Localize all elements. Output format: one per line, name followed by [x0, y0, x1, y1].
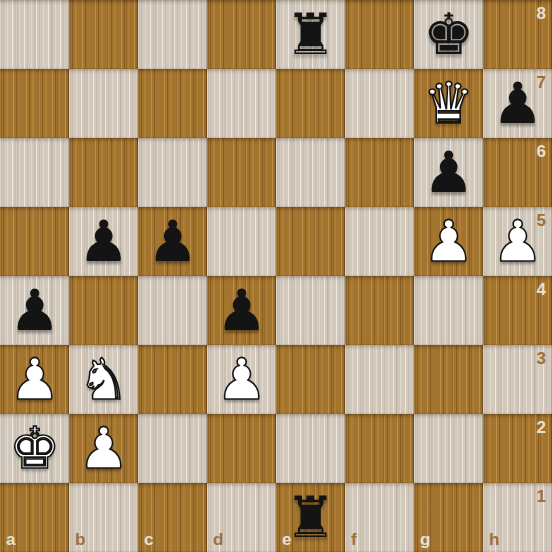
- square-b4[interactable]: [69, 276, 138, 345]
- square-a2[interactable]: ♚: [0, 414, 69, 483]
- square-f1[interactable]: f: [345, 483, 414, 552]
- square-b3[interactable]: ♞: [69, 345, 138, 414]
- square-c5[interactable]: ♟: [138, 207, 207, 276]
- file-label-f: f: [351, 531, 357, 548]
- rank-label-3: 3: [537, 350, 546, 367]
- square-d7[interactable]: [207, 69, 276, 138]
- file-label-h: h: [489, 531, 499, 548]
- square-e2[interactable]: [276, 414, 345, 483]
- white-pawn[interactable]: ♟: [483, 207, 552, 276]
- square-d1[interactable]: d: [207, 483, 276, 552]
- square-a5[interactable]: [0, 207, 69, 276]
- rank-label-2: 2: [537, 419, 546, 436]
- square-e1[interactable]: ♜e: [276, 483, 345, 552]
- square-h7[interactable]: ♟7: [483, 69, 552, 138]
- black-pawn[interactable]: ♟: [69, 207, 138, 276]
- square-d3[interactable]: ♟: [207, 345, 276, 414]
- square-f8[interactable]: [345, 0, 414, 69]
- square-f4[interactable]: [345, 276, 414, 345]
- square-a3[interactable]: ♟: [0, 345, 69, 414]
- square-b7[interactable]: [69, 69, 138, 138]
- square-f3[interactable]: [345, 345, 414, 414]
- white-pawn[interactable]: ♟: [207, 345, 276, 414]
- square-h4[interactable]: 4: [483, 276, 552, 345]
- rank-label-6: 6: [537, 143, 546, 160]
- square-f2[interactable]: [345, 414, 414, 483]
- square-e6[interactable]: [276, 138, 345, 207]
- rank-label-1: 1: [537, 488, 546, 505]
- square-d2[interactable]: [207, 414, 276, 483]
- black-pawn[interactable]: ♟: [0, 276, 69, 345]
- file-label-g: g: [420, 531, 430, 548]
- square-e4[interactable]: [276, 276, 345, 345]
- square-g4[interactable]: [414, 276, 483, 345]
- square-g7[interactable]: ♛: [414, 69, 483, 138]
- square-d8[interactable]: [207, 0, 276, 69]
- square-h2[interactable]: 2: [483, 414, 552, 483]
- square-c8[interactable]: [138, 0, 207, 69]
- square-h1[interactable]: 1h: [483, 483, 552, 552]
- square-e7[interactable]: [276, 69, 345, 138]
- square-e8[interactable]: ♜: [276, 0, 345, 69]
- square-d4[interactable]: ♟: [207, 276, 276, 345]
- square-a7[interactable]: [0, 69, 69, 138]
- square-e5[interactable]: [276, 207, 345, 276]
- rank-label-4: 4: [537, 281, 546, 298]
- white-king[interactable]: ♚: [0, 414, 69, 483]
- black-pawn[interactable]: ♟: [138, 207, 207, 276]
- square-g1[interactable]: g: [414, 483, 483, 552]
- white-pawn[interactable]: ♟: [69, 414, 138, 483]
- square-h3[interactable]: 3: [483, 345, 552, 414]
- white-knight[interactable]: ♞: [69, 345, 138, 414]
- square-g2[interactable]: [414, 414, 483, 483]
- square-h6[interactable]: 6: [483, 138, 552, 207]
- file-label-a: a: [6, 531, 15, 548]
- square-g8[interactable]: ♚: [414, 0, 483, 69]
- white-queen[interactable]: ♛: [414, 69, 483, 138]
- square-h5[interactable]: ♟5: [483, 207, 552, 276]
- white-pawn[interactable]: ♟: [0, 345, 69, 414]
- black-rook[interactable]: ♜: [276, 0, 345, 69]
- square-h8[interactable]: 8: [483, 0, 552, 69]
- square-b1[interactable]: b: [69, 483, 138, 552]
- square-b2[interactable]: ♟: [69, 414, 138, 483]
- square-a6[interactable]: [0, 138, 69, 207]
- square-f7[interactable]: [345, 69, 414, 138]
- rank-label-8: 8: [537, 5, 546, 22]
- black-king[interactable]: ♚: [414, 0, 483, 69]
- white-pawn[interactable]: ♟: [414, 207, 483, 276]
- square-c4[interactable]: [138, 276, 207, 345]
- black-pawn[interactable]: ♟: [414, 138, 483, 207]
- square-c2[interactable]: [138, 414, 207, 483]
- square-c3[interactable]: [138, 345, 207, 414]
- file-label-c: c: [144, 531, 153, 548]
- square-d6[interactable]: [207, 138, 276, 207]
- square-g5[interactable]: ♟: [414, 207, 483, 276]
- black-pawn[interactable]: ♟: [483, 69, 552, 138]
- square-b5[interactable]: ♟: [69, 207, 138, 276]
- square-b8[interactable]: [69, 0, 138, 69]
- chess-board: ♜♚8♛♟7♟6♟♟♟♟5♟♟4♟♞♟3♚♟2abcd♜efg1h: [0, 0, 552, 552]
- square-c1[interactable]: c: [138, 483, 207, 552]
- square-f5[interactable]: [345, 207, 414, 276]
- file-label-d: d: [213, 531, 223, 548]
- square-g3[interactable]: [414, 345, 483, 414]
- square-a8[interactable]: [0, 0, 69, 69]
- square-g6[interactable]: ♟: [414, 138, 483, 207]
- black-rook[interactable]: ♜: [276, 483, 345, 552]
- square-e3[interactable]: [276, 345, 345, 414]
- square-b6[interactable]: [69, 138, 138, 207]
- file-label-b: b: [75, 531, 85, 548]
- square-f6[interactable]: [345, 138, 414, 207]
- square-a4[interactable]: ♟: [0, 276, 69, 345]
- square-c6[interactable]: [138, 138, 207, 207]
- square-c7[interactable]: [138, 69, 207, 138]
- square-a1[interactable]: a: [0, 483, 69, 552]
- square-d5[interactable]: [207, 207, 276, 276]
- black-pawn[interactable]: ♟: [207, 276, 276, 345]
